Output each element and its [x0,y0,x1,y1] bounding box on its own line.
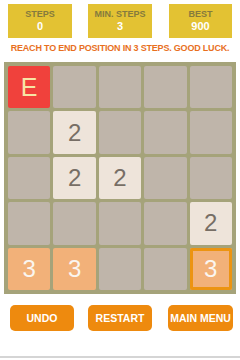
empty-cell [53,66,95,108]
tile-2: 2 [99,157,141,199]
empty-cell [8,157,50,199]
empty-cell [99,248,141,290]
empty-cell [144,66,186,108]
bottom-divider [0,356,240,358]
undo-button[interactable]: UNDO [10,305,74,331]
steps-label: STEPS [25,9,55,20]
empty-cell [190,66,232,108]
restart-button[interactable]: RESTART [88,305,152,331]
steps-value: 0 [37,20,43,33]
tile-3: 3 [8,248,50,290]
steps-counter: STEPS 0 [8,4,72,38]
end-target-tile: 3 [190,248,232,290]
best-score-counter: BEST 900 [169,4,232,38]
tile-2: 2 [190,202,232,244]
tile-2: 2 [53,157,95,199]
empty-cell [8,202,50,244]
min-steps-counter: MIN. STEPS 3 [88,4,152,38]
best-value: 900 [191,20,209,33]
min-steps-value: 3 [117,20,123,33]
best-label: BEST [188,9,212,20]
instruction-text: REACH TO END POSITION IN 3 STEPS. GOOD L… [0,43,240,53]
empty-cell [99,111,141,153]
empty-cell [99,202,141,244]
empty-cell [144,157,186,199]
game-board[interactable]: E2222333 [4,62,236,294]
empty-cell [144,111,186,153]
scorebar: STEPS 0 MIN. STEPS 3 BEST 900 [0,4,240,38]
empty-cell [53,202,95,244]
empty-cell [99,66,141,108]
empty-cell [190,157,232,199]
empty-cell [190,111,232,153]
tile-2: 2 [53,111,95,153]
main-menu-button[interactable]: MAIN MENU [168,305,233,331]
empty-cell [8,111,50,153]
empty-cell [144,248,186,290]
end-marker-tile: E [8,66,50,108]
tile-3: 3 [53,248,95,290]
min-steps-label: MIN. STEPS [94,9,145,20]
empty-cell [144,202,186,244]
